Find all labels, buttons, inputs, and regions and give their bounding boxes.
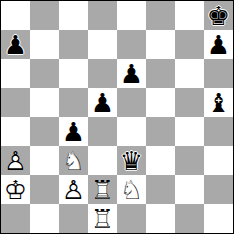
square-f4[interactable] <box>146 117 175 146</box>
square-a2[interactable]: ♚♔ <box>1 175 30 204</box>
square-d2[interactable]: ♜♖ <box>88 175 117 204</box>
square-h1[interactable] <box>204 204 233 233</box>
white-knight-e2[interactable]: ♘ <box>117 175 146 204</box>
square-b4[interactable] <box>30 117 59 146</box>
square-e5[interactable] <box>117 88 146 117</box>
square-c5[interactable] <box>59 88 88 117</box>
white-rook-d1[interactable]: ♖ <box>88 204 117 233</box>
square-h7[interactable]: ♟ <box>204 30 233 59</box>
square-f5[interactable] <box>146 88 175 117</box>
square-a5[interactable] <box>1 88 30 117</box>
square-c7[interactable] <box>59 30 88 59</box>
square-d3[interactable] <box>88 146 117 175</box>
square-d8[interactable] <box>88 1 117 30</box>
square-b5[interactable] <box>30 88 59 117</box>
square-h6[interactable] <box>204 59 233 88</box>
square-b2[interactable] <box>30 175 59 204</box>
white-knight-c3[interactable]: ♘ <box>59 146 88 175</box>
square-f8[interactable] <box>146 1 175 30</box>
square-c6[interactable] <box>59 59 88 88</box>
square-d4[interactable] <box>88 117 117 146</box>
square-a7[interactable]: ♟ <box>1 30 30 59</box>
square-a8[interactable] <box>1 1 30 30</box>
square-c8[interactable] <box>59 1 88 30</box>
square-c2[interactable]: ♟♙ <box>59 175 88 204</box>
square-e6[interactable]: ♟ <box>117 59 146 88</box>
square-e1[interactable] <box>117 204 146 233</box>
square-h4[interactable] <box>204 117 233 146</box>
square-h2[interactable] <box>204 175 233 204</box>
square-g8[interactable] <box>175 1 204 30</box>
square-g3[interactable] <box>175 146 204 175</box>
black-queen-e3[interactable]: ♛ <box>117 146 146 175</box>
square-b7[interactable] <box>30 30 59 59</box>
square-b3[interactable] <box>30 146 59 175</box>
square-d5[interactable]: ♟ <box>88 88 117 117</box>
square-d7[interactable] <box>88 30 117 59</box>
square-e7[interactable] <box>117 30 146 59</box>
square-h5[interactable]: ♝ <box>204 88 233 117</box>
square-g6[interactable] <box>175 59 204 88</box>
square-h3[interactable] <box>204 146 233 175</box>
square-g7[interactable] <box>175 30 204 59</box>
square-g1[interactable] <box>175 204 204 233</box>
square-e8[interactable] <box>117 1 146 30</box>
black-pawn-e6[interactable]: ♟ <box>117 59 146 88</box>
white-pawn-c2[interactable]: ♙ <box>59 175 88 204</box>
square-g5[interactable] <box>175 88 204 117</box>
white-rook-d2[interactable]: ♖ <box>88 175 117 204</box>
square-f3[interactable] <box>146 146 175 175</box>
black-bishop-h5[interactable]: ♝ <box>204 88 233 117</box>
black-pawn-c4[interactable]: ♟ <box>59 117 88 146</box>
square-d6[interactable] <box>88 59 117 88</box>
square-a6[interactable] <box>1 59 30 88</box>
square-b6[interactable] <box>30 59 59 88</box>
white-pawn-a3[interactable]: ♙ <box>1 146 30 175</box>
square-a1[interactable] <box>1 204 30 233</box>
square-c3[interactable]: ♞♘ <box>59 146 88 175</box>
square-e2[interactable]: ♞♘ <box>117 175 146 204</box>
square-f2[interactable] <box>146 175 175 204</box>
square-a4[interactable] <box>1 117 30 146</box>
black-pawn-a7[interactable]: ♟ <box>1 30 30 59</box>
black-pawn-h7[interactable]: ♟ <box>204 30 233 59</box>
square-a3[interactable]: ♟♙ <box>1 146 30 175</box>
square-g2[interactable] <box>175 175 204 204</box>
square-c4[interactable]: ♟ <box>59 117 88 146</box>
square-g4[interactable] <box>175 117 204 146</box>
black-king-h8[interactable]: ♚ <box>204 1 233 30</box>
square-f7[interactable] <box>146 30 175 59</box>
white-king-a2[interactable]: ♔ <box>1 175 30 204</box>
square-h8[interactable]: ♚ <box>204 1 233 30</box>
square-e3[interactable]: ♛ <box>117 146 146 175</box>
square-f6[interactable] <box>146 59 175 88</box>
square-b1[interactable] <box>30 204 59 233</box>
square-b8[interactable] <box>30 1 59 30</box>
square-d1[interactable]: ♜♖ <box>88 204 117 233</box>
square-f1[interactable] <box>146 204 175 233</box>
black-pawn-d5[interactable]: ♟ <box>88 88 117 117</box>
square-c1[interactable] <box>59 204 88 233</box>
square-e4[interactable] <box>117 117 146 146</box>
chess-board: ♚♟♟♟♟♝♟♟♙♞♘♛♚♔♟♙♜♖♞♘♜♖ <box>0 0 234 234</box>
